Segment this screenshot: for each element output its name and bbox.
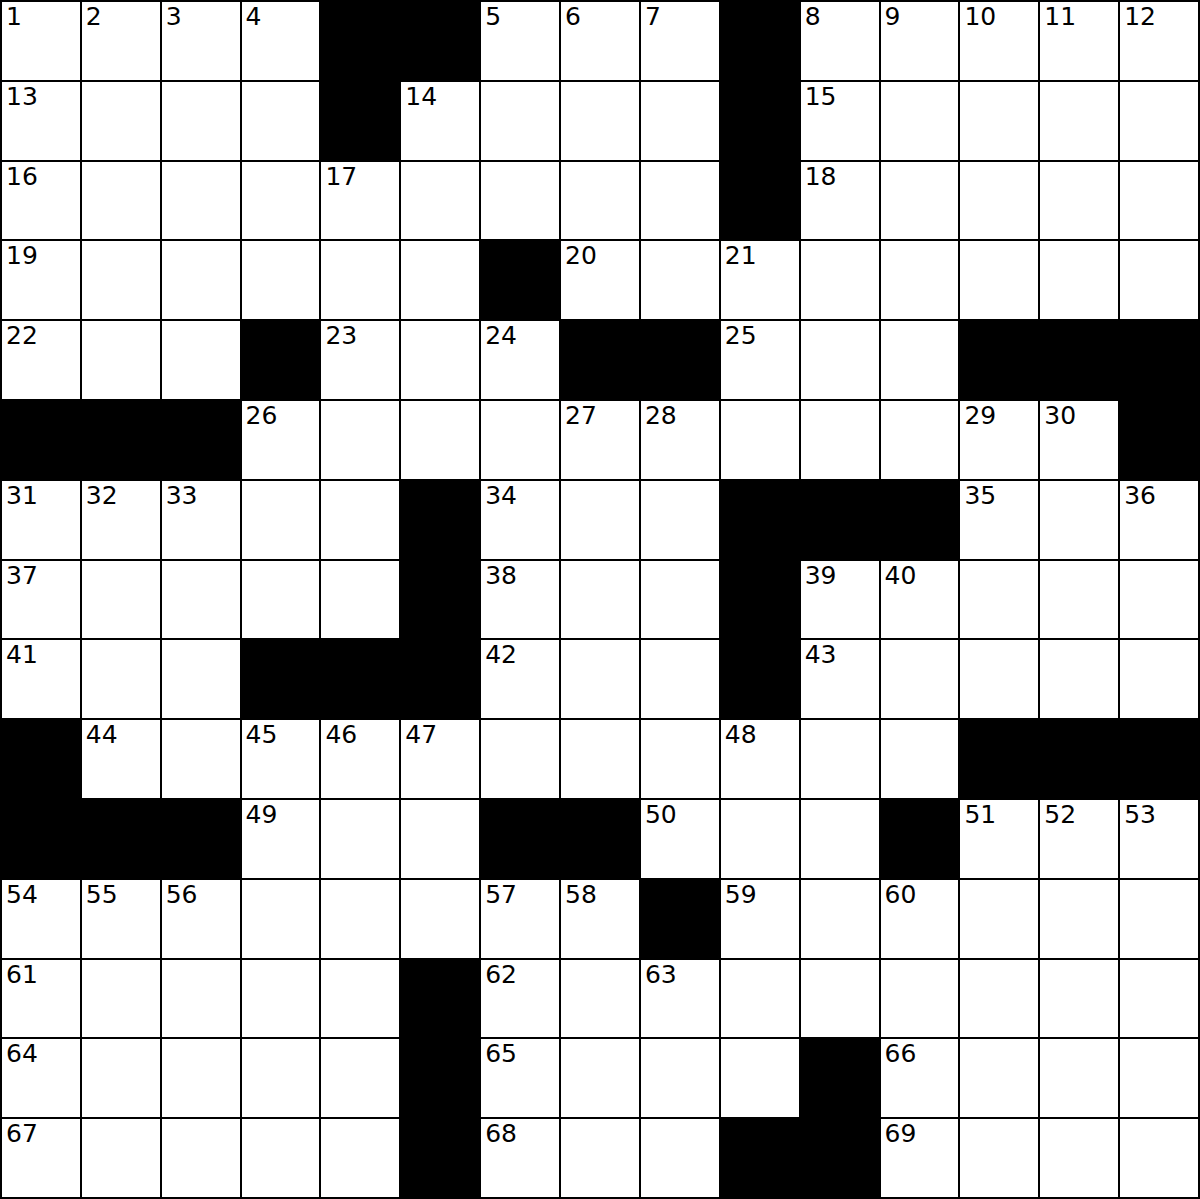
cell-r4c0[interactable]: 22: [1, 320, 81, 400]
clue-number: 8: [805, 3, 821, 31]
clue-number: 58: [565, 881, 597, 909]
clue-number: 10: [964, 3, 996, 31]
cell-r11c5[interactable]: [400, 879, 480, 959]
clue-number: 28: [645, 402, 677, 430]
cell-r6c6[interactable]: 34: [480, 480, 560, 560]
cell-r12c7[interactable]: [560, 959, 640, 1039]
clue-number: 68: [485, 1120, 517, 1148]
clue-number: 3: [166, 3, 182, 31]
clue-number: 22: [6, 322, 38, 350]
cell-r7c13[interactable]: [1039, 560, 1119, 640]
cell-r13c8[interactable]: [640, 1038, 720, 1118]
clue-number: 21: [725, 242, 757, 270]
clue-number: 32: [86, 482, 118, 510]
cell-r6c8[interactable]: [640, 480, 720, 560]
clue-number: 53: [1124, 801, 1156, 829]
cell-r10c14[interactable]: 53: [1119, 799, 1199, 879]
cell-r5c13[interactable]: 30: [1039, 400, 1119, 480]
cell-r11c14[interactable]: [1119, 879, 1199, 959]
cell-r9c11[interactable]: [880, 719, 960, 799]
cell-r12c12[interactable]: [959, 959, 1039, 1039]
clue-number: 35: [964, 482, 996, 510]
cell-r13c1[interactable]: [81, 1038, 161, 1118]
cell-r7c11[interactable]: 40: [880, 560, 960, 640]
cell-r10c5[interactable]: [400, 799, 480, 879]
crossword-board: 1234567891011121314151617181920212223242…: [0, 0, 1200, 1199]
clue-number: 64: [6, 1040, 38, 1068]
cell-r8c12[interactable]: [959, 639, 1039, 719]
cell-r13c4[interactable]: [320, 1038, 400, 1118]
cell-r13c2[interactable]: [161, 1038, 241, 1118]
clue-number: 52: [1044, 801, 1076, 829]
black-cell-r10c6: [480, 799, 560, 879]
cell-r9c1[interactable]: 44: [81, 719, 161, 799]
clue-number: 66: [885, 1040, 917, 1068]
cell-r11c7[interactable]: 58: [560, 879, 640, 959]
black-cell-r4c14: [1119, 320, 1199, 400]
cell-r12c4[interactable]: [320, 959, 400, 1039]
cell-r5c11[interactable]: [880, 400, 960, 480]
black-cell-r12c5: [400, 959, 480, 1039]
cell-r13c14[interactable]: [1119, 1038, 1199, 1118]
black-cell-r10c11: [880, 799, 960, 879]
cell-r7c4[interactable]: [320, 560, 400, 640]
cell-r3c0[interactable]: 19: [1, 240, 81, 320]
cell-r14c7[interactable]: [560, 1118, 640, 1198]
cell-r7c10[interactable]: 39: [800, 560, 880, 640]
clue-number: 18: [805, 163, 837, 191]
cell-r11c10[interactable]: [800, 879, 880, 959]
cell-r9c4[interactable]: 46: [320, 719, 400, 799]
clue-number: 49: [246, 801, 278, 829]
black-cell-r10c1: [81, 799, 161, 879]
clue-number: 59: [725, 881, 757, 909]
black-cell-r8c5: [400, 639, 480, 719]
cell-r10c4[interactable]: [320, 799, 400, 879]
cell-r8c11[interactable]: [880, 639, 960, 719]
cell-r4c6[interactable]: 24: [480, 320, 560, 400]
cell-r12c14[interactable]: [1119, 959, 1199, 1039]
clue-number: 39: [805, 562, 837, 590]
cell-r9c5[interactable]: 47: [400, 719, 480, 799]
black-cell-r4c13: [1039, 320, 1119, 400]
clue-number: 7: [645, 3, 661, 31]
cell-r4c1[interactable]: [81, 320, 161, 400]
cell-r1c7[interactable]: [560, 81, 640, 161]
cell-r14c2[interactable]: [161, 1118, 241, 1198]
clue-number: 30: [1044, 402, 1076, 430]
cell-r12c11[interactable]: [880, 959, 960, 1039]
cell-r0c13[interactable]: 11: [1039, 1, 1119, 81]
cell-r10c10[interactable]: [800, 799, 880, 879]
cell-r2c5[interactable]: [400, 161, 480, 241]
cell-r2c13[interactable]: [1039, 161, 1119, 241]
cell-r14c8[interactable]: [640, 1118, 720, 1198]
clue-number: 37: [6, 562, 38, 590]
cell-r14c13[interactable]: [1039, 1118, 1119, 1198]
cell-r4c4[interactable]: 23: [320, 320, 400, 400]
clue-number: 54: [6, 881, 38, 909]
cell-r6c0[interactable]: 31: [1, 480, 81, 560]
black-cell-r0c9: [720, 1, 800, 81]
cell-r5c6[interactable]: [480, 400, 560, 480]
cell-r9c3[interactable]: 45: [241, 719, 321, 799]
cell-r1c13[interactable]: [1039, 81, 1119, 161]
clue-number: 5: [485, 3, 501, 31]
cell-r4c11[interactable]: [880, 320, 960, 400]
cell-r8c1[interactable]: [81, 639, 161, 719]
cell-r14c0[interactable]: 67: [1, 1118, 81, 1198]
cell-r2c11[interactable]: [880, 161, 960, 241]
cell-r2c14[interactable]: [1119, 161, 1199, 241]
cell-r2c10[interactable]: 18: [800, 161, 880, 241]
cell-r3c9[interactable]: 21: [720, 240, 800, 320]
clue-number: 1: [6, 3, 22, 31]
cell-r12c13[interactable]: [1039, 959, 1119, 1039]
clue-number: 56: [166, 881, 198, 909]
black-cell-r2c9: [720, 161, 800, 241]
cell-r4c10[interactable]: [800, 320, 880, 400]
cell-r11c2[interactable]: 56: [161, 879, 241, 959]
cell-r9c8[interactable]: [640, 719, 720, 799]
cell-r13c7[interactable]: [560, 1038, 640, 1118]
cell-r11c4[interactable]: [320, 879, 400, 959]
clue-number: 61: [6, 961, 38, 989]
clue-number: 23: [325, 322, 357, 350]
cell-r8c0[interactable]: 41: [1, 639, 81, 719]
clue-number: 11: [1044, 3, 1076, 31]
cell-r2c3[interactable]: [241, 161, 321, 241]
cell-r2c4[interactable]: 17: [320, 161, 400, 241]
cell-r3c4[interactable]: [320, 240, 400, 320]
cell-r0c7[interactable]: 6: [560, 1, 640, 81]
cell-r10c13[interactable]: 52: [1039, 799, 1119, 879]
cell-r5c12[interactable]: 29: [959, 400, 1039, 480]
cell-r3c12[interactable]: [959, 240, 1039, 320]
clue-number: 63: [645, 961, 677, 989]
cell-r8c14[interactable]: [1119, 639, 1199, 719]
black-cell-r5c14: [1119, 400, 1199, 480]
cell-r3c1[interactable]: [81, 240, 161, 320]
clue-number: 15: [805, 83, 837, 111]
cell-r1c12[interactable]: [959, 81, 1039, 161]
clue-number: 43: [805, 641, 837, 669]
cell-r3c11[interactable]: [880, 240, 960, 320]
cell-r8c7[interactable]: [560, 639, 640, 719]
clue-number: 16: [6, 163, 38, 191]
cell-r10c9[interactable]: [720, 799, 800, 879]
clue-number: 19: [6, 242, 38, 270]
cell-r7c1[interactable]: [81, 560, 161, 640]
clue-number: 24: [485, 322, 517, 350]
cell-r11c3[interactable]: [241, 879, 321, 959]
cell-r3c10[interactable]: [800, 240, 880, 320]
cell-r0c0[interactable]: 1: [1, 1, 81, 81]
black-cell-r4c12: [959, 320, 1039, 400]
clue-number: 20: [565, 242, 597, 270]
cell-r14c11[interactable]: 69: [880, 1118, 960, 1198]
cell-r13c9[interactable]: [720, 1038, 800, 1118]
cell-r1c10[interactable]: 15: [800, 81, 880, 161]
cell-r6c12[interactable]: 35: [959, 480, 1039, 560]
clue-number: 69: [885, 1120, 917, 1148]
cell-r4c2[interactable]: [161, 320, 241, 400]
cell-r6c7[interactable]: [560, 480, 640, 560]
clue-number: 62: [485, 961, 517, 989]
black-cell-r9c14: [1119, 719, 1199, 799]
black-cell-r3c6: [480, 240, 560, 320]
black-cell-r11c8: [640, 879, 720, 959]
cell-r8c13[interactable]: [1039, 639, 1119, 719]
cell-r2c12[interactable]: [959, 161, 1039, 241]
cell-r7c14[interactable]: [1119, 560, 1199, 640]
cell-r13c13[interactable]: [1039, 1038, 1119, 1118]
cell-r0c14[interactable]: 12: [1119, 1, 1199, 81]
black-cell-r14c9: [720, 1118, 800, 1198]
clue-number: 65: [485, 1040, 517, 1068]
cell-r3c2[interactable]: [161, 240, 241, 320]
cell-r14c12[interactable]: [959, 1118, 1039, 1198]
cell-r1c1[interactable]: [81, 81, 161, 161]
black-cell-r5c1: [81, 400, 161, 480]
cell-r13c3[interactable]: [241, 1038, 321, 1118]
black-cell-r14c10: [800, 1118, 880, 1198]
black-cell-r8c4: [320, 639, 400, 719]
cell-r8c10[interactable]: 43: [800, 639, 880, 719]
cell-r9c6[interactable]: [480, 719, 560, 799]
cell-r6c13[interactable]: [1039, 480, 1119, 560]
cell-r11c0[interactable]: 54: [1, 879, 81, 959]
black-cell-r4c8: [640, 320, 720, 400]
cell-r3c8[interactable]: [640, 240, 720, 320]
clue-number: 12: [1124, 3, 1156, 31]
cell-r14c3[interactable]: [241, 1118, 321, 1198]
cell-r5c8[interactable]: 28: [640, 400, 720, 480]
cell-r7c7[interactable]: [560, 560, 640, 640]
cell-r1c8[interactable]: [640, 81, 720, 161]
clue-number: 45: [246, 721, 278, 749]
cell-r13c12[interactable]: [959, 1038, 1039, 1118]
clue-number: 67: [6, 1120, 38, 1148]
cell-r10c3[interactable]: 49: [241, 799, 321, 879]
clue-number: 26: [246, 402, 278, 430]
black-cell-r6c11: [880, 480, 960, 560]
cell-r8c6[interactable]: 42: [480, 639, 560, 719]
clue-number: 25: [725, 322, 757, 350]
cell-r3c7[interactable]: 20: [560, 240, 640, 320]
cell-r2c7[interactable]: [560, 161, 640, 241]
clue-number: 46: [325, 721, 357, 749]
black-cell-r13c10: [800, 1038, 880, 1118]
cell-r7c8[interactable]: [640, 560, 720, 640]
black-cell-r10c2: [161, 799, 241, 879]
clue-number: 27: [565, 402, 597, 430]
cell-r4c9[interactable]: 25: [720, 320, 800, 400]
cell-r10c8[interactable]: 50: [640, 799, 720, 879]
cell-r1c3[interactable]: [241, 81, 321, 161]
cell-r11c6[interactable]: 57: [480, 879, 560, 959]
clue-number: 50: [645, 801, 677, 829]
cell-r7c2[interactable]: [161, 560, 241, 640]
cell-r12c2[interactable]: [161, 959, 241, 1039]
clue-number: 48: [725, 721, 757, 749]
cell-r2c2[interactable]: [161, 161, 241, 241]
clue-number: 41: [6, 641, 38, 669]
cell-r5c5[interactable]: [400, 400, 480, 480]
cell-r2c1[interactable]: [81, 161, 161, 241]
cell-r9c2[interactable]: [161, 719, 241, 799]
clue-number: 34: [485, 482, 517, 510]
cell-r9c9[interactable]: 48: [720, 719, 800, 799]
black-cell-r5c0: [1, 400, 81, 480]
cell-r5c9[interactable]: [720, 400, 800, 480]
clue-number: 6: [565, 3, 581, 31]
cell-r1c5[interactable]: 14: [400, 81, 480, 161]
black-cell-r4c3: [241, 320, 321, 400]
cell-r1c0[interactable]: 13: [1, 81, 81, 161]
cell-r7c6[interactable]: 38: [480, 560, 560, 640]
cell-r7c3[interactable]: [241, 560, 321, 640]
cell-r9c7[interactable]: [560, 719, 640, 799]
cell-r6c2[interactable]: 33: [161, 480, 241, 560]
cell-r3c3[interactable]: [241, 240, 321, 320]
cell-r8c2[interactable]: [161, 639, 241, 719]
cell-r0c11[interactable]: 9: [880, 1, 960, 81]
cell-r3c5[interactable]: [400, 240, 480, 320]
cell-r0c8[interactable]: 7: [640, 1, 720, 81]
clue-number: 33: [166, 482, 198, 510]
cell-r1c11[interactable]: [880, 81, 960, 161]
cell-r12c3[interactable]: [241, 959, 321, 1039]
black-cell-r8c3: [241, 639, 321, 719]
cell-r11c12[interactable]: [959, 879, 1039, 959]
cell-r14c1[interactable]: [81, 1118, 161, 1198]
black-cell-r5c2: [161, 400, 241, 480]
clue-number: 29: [964, 402, 996, 430]
clue-number: 9: [885, 3, 901, 31]
black-cell-r1c4: [320, 81, 400, 161]
cell-r3c13[interactable]: [1039, 240, 1119, 320]
clue-number: 40: [885, 562, 917, 590]
cell-r7c12[interactable]: [959, 560, 1039, 640]
cell-r12c6[interactable]: 62: [480, 959, 560, 1039]
cell-r14c6[interactable]: 68: [480, 1118, 560, 1198]
cell-r2c6[interactable]: [480, 161, 560, 241]
cell-r0c12[interactable]: 10: [959, 1, 1039, 81]
cell-r12c9[interactable]: [720, 959, 800, 1039]
cell-r11c9[interactable]: 59: [720, 879, 800, 959]
cell-r11c13[interactable]: [1039, 879, 1119, 959]
cell-r0c1[interactable]: 2: [81, 1, 161, 81]
clue-number: 42: [485, 641, 517, 669]
cell-r5c7[interactable]: 27: [560, 400, 640, 480]
cell-r6c4[interactable]: [320, 480, 400, 560]
black-cell-r6c5: [400, 480, 480, 560]
cell-r6c3[interactable]: [241, 480, 321, 560]
cell-r6c14[interactable]: 36: [1119, 480, 1199, 560]
cell-r12c8[interactable]: 63: [640, 959, 720, 1039]
clue-number: 60: [885, 881, 917, 909]
cell-r8c8[interactable]: [640, 639, 720, 719]
cell-r14c4[interactable]: [320, 1118, 400, 1198]
black-cell-r10c0: [1, 799, 81, 879]
black-cell-r6c9: [720, 480, 800, 560]
cell-r2c0[interactable]: 16: [1, 161, 81, 241]
clue-number: 51: [964, 801, 996, 829]
cell-r13c11[interactable]: 66: [880, 1038, 960, 1118]
cell-r7c0[interactable]: 37: [1, 560, 81, 640]
cell-r12c0[interactable]: 61: [1, 959, 81, 1039]
black-cell-r9c12: [959, 719, 1039, 799]
clue-number: 17: [325, 163, 357, 191]
black-cell-r0c5: [400, 1, 480, 81]
cell-r2c8[interactable]: [640, 161, 720, 241]
cell-r10c12[interactable]: 51: [959, 799, 1039, 879]
cell-r5c10[interactable]: [800, 400, 880, 480]
cell-r3c14[interactable]: [1119, 240, 1199, 320]
clue-number: 13: [6, 83, 38, 111]
cell-r5c3[interactable]: 26: [241, 400, 321, 480]
clue-number: 38: [485, 562, 517, 590]
cell-r0c10[interactable]: 8: [800, 1, 880, 81]
cell-r0c2[interactable]: 3: [161, 1, 241, 81]
cell-r14c14[interactable]: [1119, 1118, 1199, 1198]
cell-r9c10[interactable]: [800, 719, 880, 799]
black-cell-r1c9: [720, 81, 800, 161]
clue-number: 57: [485, 881, 517, 909]
cell-r0c6[interactable]: 5: [480, 1, 560, 81]
clue-number: 4: [246, 3, 262, 31]
clue-number: 47: [405, 721, 437, 749]
clue-number: 55: [86, 881, 118, 909]
black-cell-r9c13: [1039, 719, 1119, 799]
black-cell-r14c5: [400, 1118, 480, 1198]
clue-number: 36: [1124, 482, 1156, 510]
cell-r12c1[interactable]: [81, 959, 161, 1039]
black-cell-r4c7: [560, 320, 640, 400]
cell-r13c0[interactable]: 64: [1, 1038, 81, 1118]
cell-r0c3[interactable]: 4: [241, 1, 321, 81]
cell-r1c14[interactable]: [1119, 81, 1199, 161]
clue-number: 31: [6, 482, 38, 510]
black-cell-r7c5: [400, 560, 480, 640]
black-cell-r6c10: [800, 480, 880, 560]
clue-number: 44: [86, 721, 118, 749]
cell-r1c6[interactable]: [480, 81, 560, 161]
black-cell-r0c4: [320, 1, 400, 81]
cell-r12c10[interactable]: [800, 959, 880, 1039]
cell-r6c1[interactable]: 32: [81, 480, 161, 560]
clue-number: 14: [405, 83, 437, 111]
cell-r4c5[interactable]: [400, 320, 480, 400]
black-cell-r7c9: [720, 560, 800, 640]
black-cell-r9c0: [1, 719, 81, 799]
black-cell-r13c5: [400, 1038, 480, 1118]
cell-r11c11[interactable]: 60: [880, 879, 960, 959]
black-cell-r10c7: [560, 799, 640, 879]
cell-r13c6[interactable]: 65: [480, 1038, 560, 1118]
black-cell-r8c9: [720, 639, 800, 719]
cell-r1c2[interactable]: [161, 81, 241, 161]
cell-r11c1[interactable]: 55: [81, 879, 161, 959]
clue-number: 2: [86, 3, 102, 31]
cell-r5c4[interactable]: [320, 400, 400, 480]
